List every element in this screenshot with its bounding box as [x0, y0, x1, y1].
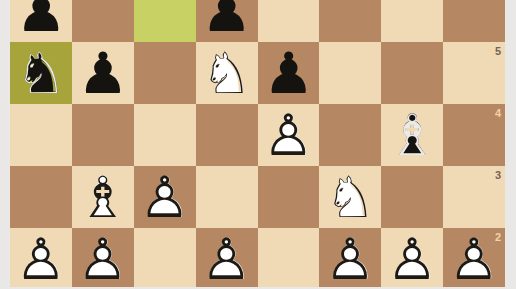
square-f2[interactable]: ♟♙	[319, 228, 381, 287]
piece-line-layer: ♙	[77, 231, 128, 288]
square-e3[interactable]	[258, 166, 320, 228]
square-b4[interactable]	[72, 104, 134, 166]
square-b6[interactable]	[72, 0, 134, 42]
square-g6[interactable]	[381, 0, 443, 42]
square-c4[interactable]	[134, 104, 196, 166]
white-pawn[interactable]: ♟♙	[381, 228, 443, 287]
square-c5[interactable]	[134, 42, 196, 104]
square-f4[interactable]	[319, 104, 381, 166]
square-d3[interactable]	[196, 166, 258, 228]
white-pawn[interactable]: ♟♙	[134, 166, 196, 228]
rank-label-5: 5	[495, 45, 501, 57]
square-h2[interactable]: ♟♙2	[443, 228, 505, 287]
piece-line-layer: ♙	[139, 169, 190, 226]
piece-fill-layer: ♟	[201, 0, 252, 40]
black-knight[interactable]: ♞♘	[10, 42, 72, 104]
white-pawn[interactable]: ♟♙	[196, 228, 258, 287]
piece-line-layer: ♘	[15, 45, 66, 102]
piece-line-layer: ♗	[387, 107, 438, 164]
piece-line-layer: ♙	[15, 231, 66, 288]
square-a6[interactable]: ♟	[10, 0, 72, 42]
black-pawn[interactable]: ♟	[10, 0, 72, 42]
white-pawn[interactable]: ♟♙	[258, 104, 320, 166]
piece-line-layer: ♘	[201, 45, 252, 102]
piece-line-layer: ♙	[387, 231, 438, 288]
piece-line-layer: ♙	[449, 231, 500, 288]
square-a2[interactable]: ♟♙	[10, 228, 72, 287]
square-d4[interactable]	[196, 104, 258, 166]
square-c2[interactable]	[134, 228, 196, 287]
black-pawn[interactable]: ♟	[72, 42, 134, 104]
square-d6[interactable]: ♟	[196, 0, 258, 42]
white-knight[interactable]: ♞♘	[319, 166, 381, 228]
square-c6[interactable]	[134, 0, 196, 42]
square-a4[interactable]	[10, 104, 72, 166]
square-g2[interactable]: ♟♙	[381, 228, 443, 287]
white-pawn[interactable]: ♟♙	[10, 228, 72, 287]
square-e2[interactable]	[258, 228, 320, 287]
square-g3[interactable]	[381, 166, 443, 228]
board-grid: ♟♟♞♘♟♞♘♟5♟♙♝♗4♝♗♟♙♞♘3♟♙♟♙♟♙♟♙♟♙♟♙2	[10, 0, 505, 287]
piece-fill-layer: ♟	[263, 45, 314, 102]
black-pawn[interactable]: ♟	[258, 42, 320, 104]
white-bishop[interactable]: ♝♗	[72, 166, 134, 228]
square-e5[interactable]: ♟	[258, 42, 320, 104]
square-b5[interactable]: ♟	[72, 42, 134, 104]
rank-label-3: 3	[495, 169, 501, 181]
square-c3[interactable]: ♟♙	[134, 166, 196, 228]
piece-line-layer: ♙	[325, 231, 376, 288]
square-g4[interactable]: ♝♗	[381, 104, 443, 166]
square-b2[interactable]: ♟♙	[72, 228, 134, 287]
white-pawn[interactable]: ♟♙	[319, 228, 381, 287]
square-e6[interactable]	[258, 0, 320, 42]
piece-line-layer: ♗	[77, 169, 128, 226]
piece-fill-layer: ♟	[15, 0, 66, 40]
rank-label-4: 4	[495, 107, 501, 119]
square-d5[interactable]: ♞♘	[196, 42, 258, 104]
square-e4[interactable]: ♟♙	[258, 104, 320, 166]
square-a5[interactable]: ♞♘	[10, 42, 72, 104]
page-background: ♟♟♞♘♟♞♘♟5♟♙♝♗4♝♗♟♙♞♘3♟♙♟♙♟♙♟♙♟♙♟♙2	[0, 0, 516, 289]
square-f6[interactable]	[319, 0, 381, 42]
square-g5[interactable]	[381, 42, 443, 104]
square-h6[interactable]	[443, 0, 505, 42]
piece-fill-layer: ♟	[77, 45, 128, 102]
white-pawn[interactable]: ♟♙	[72, 228, 134, 287]
piece-line-layer: ♘	[325, 169, 376, 226]
black-bishop[interactable]: ♝♗	[381, 104, 443, 166]
white-knight[interactable]: ♞♘	[196, 42, 258, 104]
square-h4[interactable]: 4	[443, 104, 505, 166]
rank-label-2: 2	[495, 231, 501, 243]
square-f5[interactable]	[319, 42, 381, 104]
square-h3[interactable]: 3	[443, 166, 505, 228]
square-a3[interactable]	[10, 166, 72, 228]
chess-board: ♟♟♞♘♟♞♘♟5♟♙♝♗4♝♗♟♙♞♘3♟♙♟♙♟♙♟♙♟♙♟♙2	[10, 0, 505, 287]
piece-line-layer: ♙	[263, 107, 314, 164]
square-b3[interactable]: ♝♗	[72, 166, 134, 228]
square-h5[interactable]: 5	[443, 42, 505, 104]
square-f3[interactable]: ♞♘	[319, 166, 381, 228]
square-d2[interactable]: ♟♙	[196, 228, 258, 287]
piece-line-layer: ♙	[201, 231, 252, 288]
black-pawn[interactable]: ♟	[196, 0, 258, 42]
